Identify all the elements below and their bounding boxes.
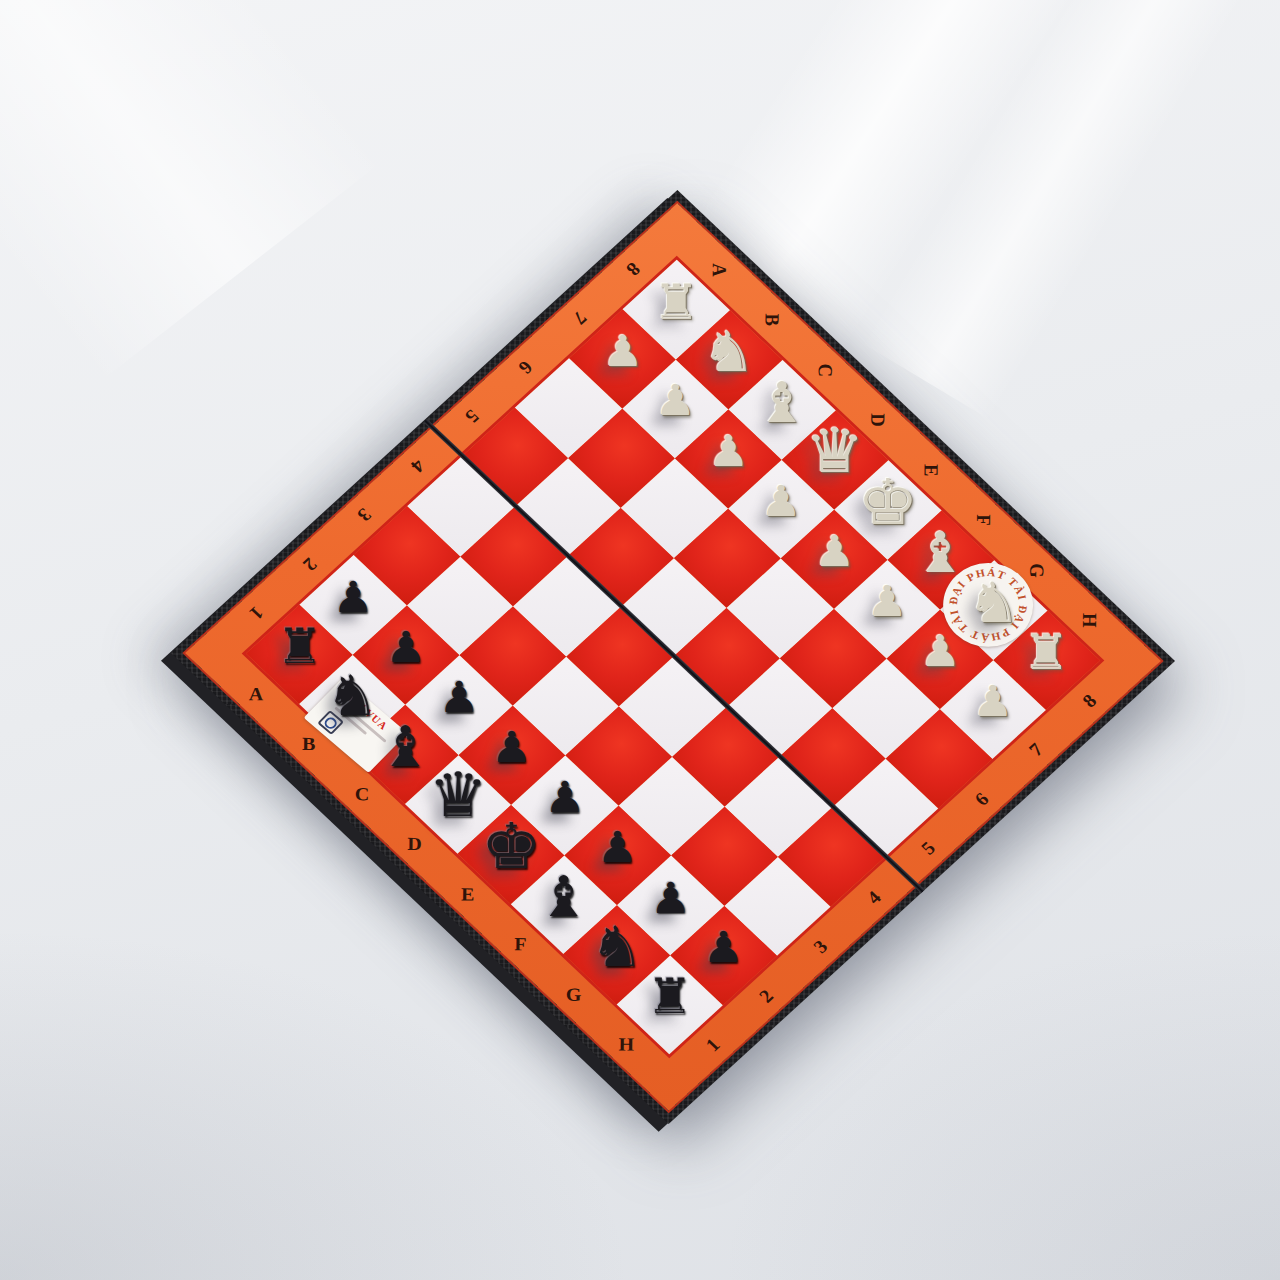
product-photo: { "game": "chess", "scene": { "descripti… [0, 0, 1280, 1280]
chess-board: ĐẠI PHÁT TÀI ĐẠI PHÁT TÀI CỜ VUA AA88BB7… [171, 190, 1175, 1124]
black-rook-h1[interactable]: ♜ [620, 950, 720, 1043]
light-streak [0, 0, 383, 382]
light-streak [862, 0, 1269, 420]
white-pawn-h7[interactable]: ♟ [943, 655, 1043, 748]
